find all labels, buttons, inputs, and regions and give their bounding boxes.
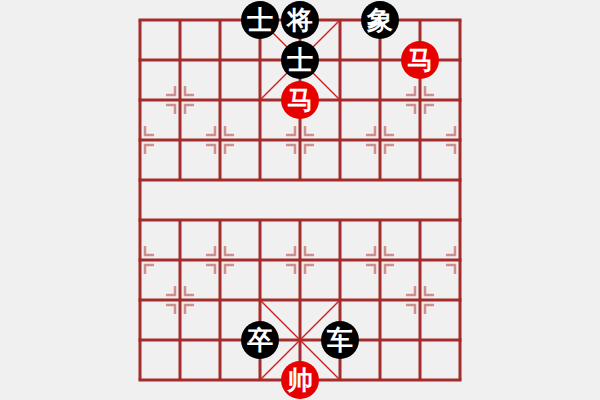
piece-black-soldier[interactable]: 卒: [241, 321, 279, 359]
piece-black-elephant[interactable]: 象: [361, 1, 399, 39]
app-background: 士将象士马马卒车帅: [0, 0, 600, 400]
piece-black-advisor-2[interactable]: 士: [281, 41, 319, 79]
piece-black-chariot[interactable]: 车: [321, 321, 359, 359]
piece-red-horse-2[interactable]: 马: [281, 81, 319, 119]
piece-black-general[interactable]: 将: [281, 1, 319, 39]
piece-red-general[interactable]: 帅: [281, 361, 319, 399]
piece-red-horse-1[interactable]: 马: [401, 41, 439, 79]
xiangqi-board[interactable]: 士将象士马马卒车帅: [0, 0, 600, 400]
piece-black-advisor-1[interactable]: 士: [241, 1, 279, 39]
pieces-layer: 士将象士马马卒车帅: [0, 0, 600, 400]
